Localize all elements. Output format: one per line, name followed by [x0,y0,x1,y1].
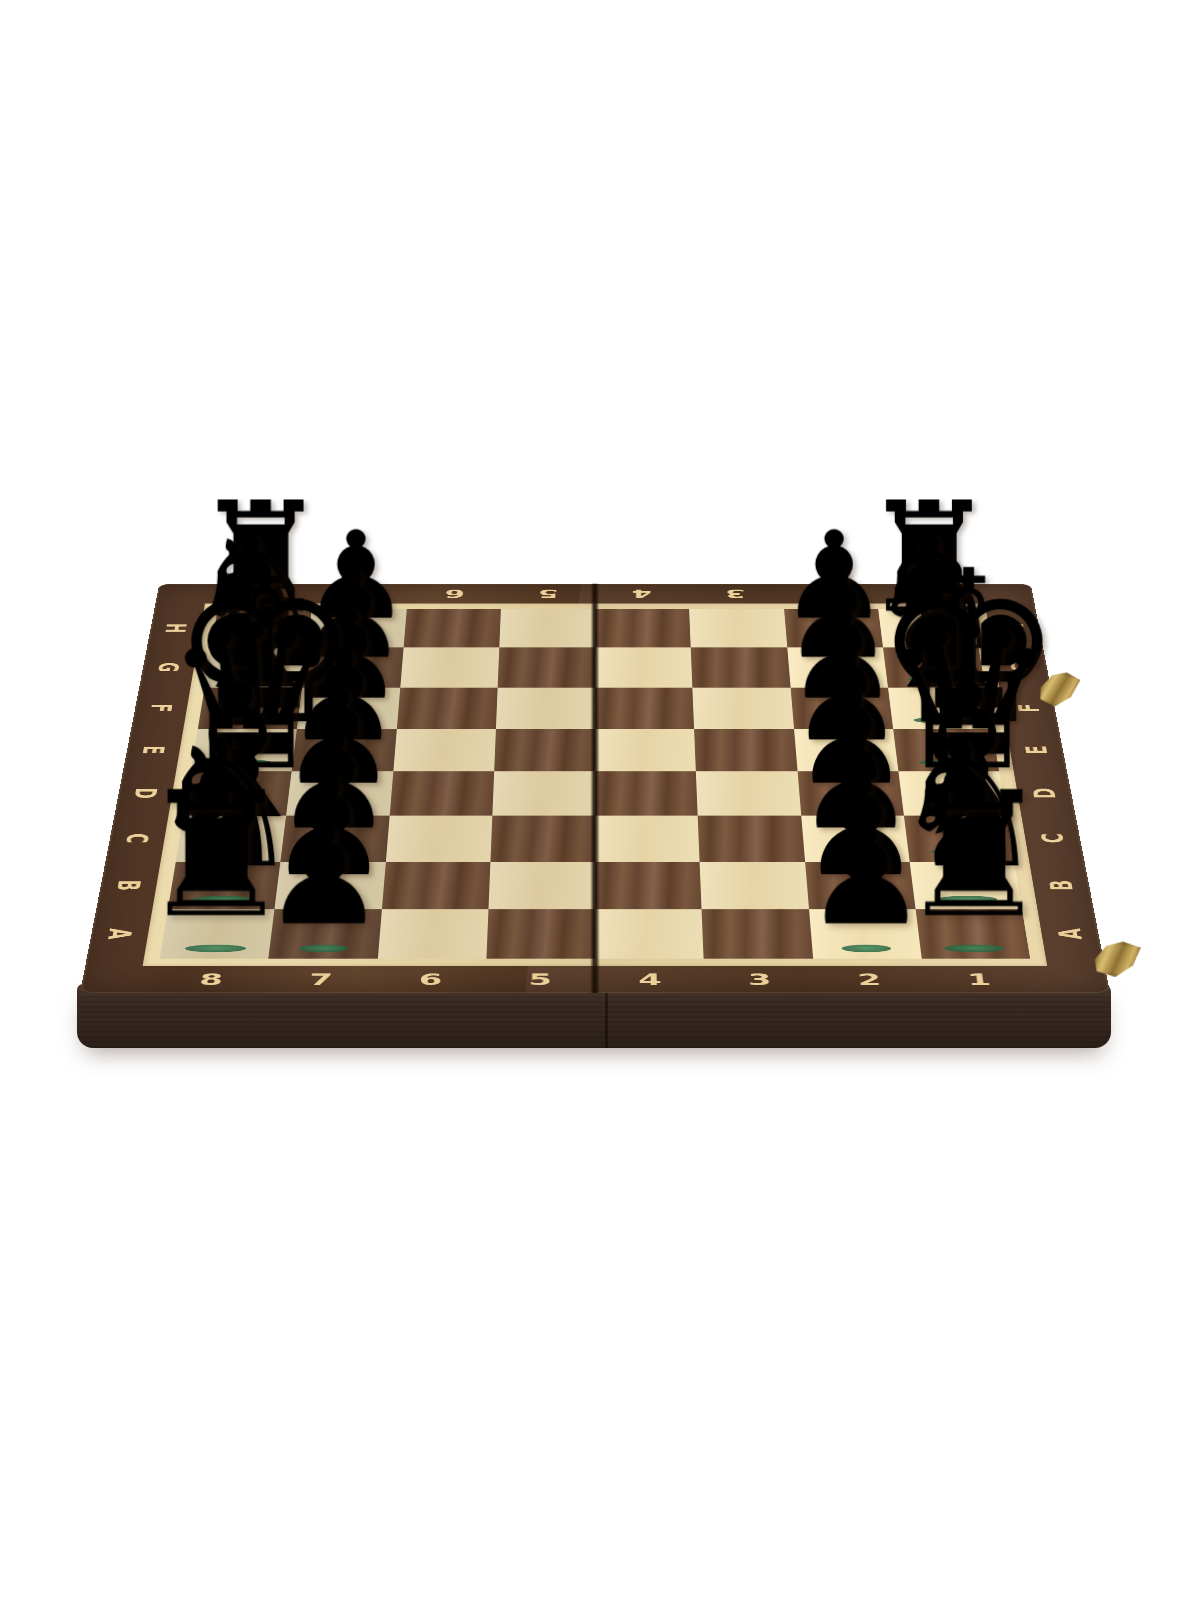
square-d8 [183,771,291,815]
product-photo-background: 8765432187654321HGFEDCBAHGFEDCBA♜♟♟♜♞♟♟♞… [0,0,1200,1600]
square-a4 [595,909,704,958]
square-c1 [904,816,1015,862]
square-h1 [878,609,979,648]
file-label-left-a: A [100,928,139,939]
square-c2 [801,816,910,862]
square-g6 [400,648,499,688]
square-h8 [211,609,312,648]
rank-label-near-6: 6 [418,970,443,989]
square-h7 [307,609,406,648]
square-d5 [492,771,595,815]
square-b7 [275,862,386,910]
chess-board: 8765432187654321HGFEDCBAHGFEDCBA♜♟♟♜♞♟♟♞… [80,584,1110,993]
rank-label-near-7: 7 [308,970,333,989]
square-e4 [595,729,696,772]
square-c4 [595,816,700,862]
square-g1 [883,648,986,688]
rank-label-far-6: 6 [444,587,465,601]
rank-label-near-8: 8 [198,970,224,989]
square-g2 [787,648,888,688]
square-c6 [385,816,492,862]
square-g7 [302,648,403,688]
square-f5 [496,687,595,728]
square-a1 [915,909,1030,958]
square-g4 [595,648,693,688]
rank-label-near-3: 3 [747,970,772,989]
square-e5 [494,729,595,772]
square-f2 [790,687,893,728]
rank-label-near-2: 2 [857,970,882,989]
square-e6 [393,729,496,772]
rank-label-far-5: 5 [538,587,558,601]
square-f1 [888,687,992,728]
square-f6 [396,687,497,728]
square-a6 [377,909,488,958]
square-b5 [488,862,595,910]
square-h2 [784,609,883,648]
square-f8 [198,687,302,728]
square-d1 [898,771,1006,815]
square-d7 [286,771,393,815]
board-scene: 8765432187654321HGFEDCBAHGFEDCBA♜♟♟♜♞♟♟♞… [0,0,1200,1600]
square-d6 [389,771,494,815]
square-a7 [269,909,382,958]
square-a8 [160,909,275,958]
rank-label-far-4: 4 [632,587,652,601]
square-b1 [909,862,1022,910]
square-e1 [893,729,999,772]
square-c5 [490,816,595,862]
square-a2 [809,909,922,958]
square-h5 [499,609,595,648]
file-label-right-a: A [1051,928,1090,939]
square-h4 [595,609,691,648]
square-c7 [281,816,390,862]
rank-label-near-4: 4 [638,970,662,989]
square-a5 [486,909,595,958]
square-e7 [292,729,397,772]
square-b4 [595,862,702,910]
square-d2 [797,771,904,815]
square-f4 [595,687,694,728]
square-g8 [205,648,308,688]
square-b6 [381,862,490,910]
square-g5 [497,648,595,688]
rank-label-near-1: 1 [966,970,992,989]
rank-label-near-5: 5 [528,970,552,989]
rank-label-far-3: 3 [725,587,746,601]
square-e2 [794,729,899,772]
square-b8 [168,862,281,910]
square-h6 [403,609,501,648]
square-e8 [191,729,297,772]
square-c8 [176,816,287,862]
square-f7 [297,687,400,728]
square-b2 [805,862,916,910]
